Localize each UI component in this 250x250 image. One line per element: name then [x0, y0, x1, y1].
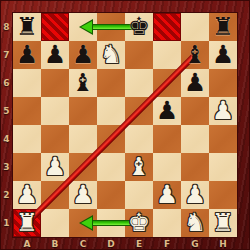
white-pawn[interactable]: ♟ [181, 181, 209, 209]
white-rook[interactable]: ♜ [209, 209, 237, 237]
piece-layer: ♜♚♜♟♟♟♞♝♟♝♟♟♟♟♝♟♟♟♟♜♚♞♜ [13, 13, 237, 237]
white-bishop[interactable]: ♝ [125, 153, 153, 181]
rank-label-7: 7 [0, 41, 13, 69]
black-bishop[interactable]: ♝ [69, 69, 97, 97]
black-pawn[interactable]: ♟ [41, 41, 69, 69]
file-label-H: H [209, 237, 237, 250]
rank-label-8: 8 [0, 13, 13, 41]
white-pawn[interactable]: ♟ [13, 181, 41, 209]
file-label-A: A [13, 237, 41, 250]
black-pawn[interactable]: ♟ [13, 41, 41, 69]
white-pawn[interactable]: ♟ [69, 181, 97, 209]
rank-label-2: 2 [0, 181, 13, 209]
white-knight[interactable]: ♞ [181, 209, 209, 237]
rank-label-1: 1 [0, 209, 13, 237]
black-pawn[interactable]: ♟ [69, 41, 97, 69]
white-rook[interactable]: ♜ [13, 209, 41, 237]
white-pawn[interactable]: ♟ [153, 181, 181, 209]
file-label-G: G [181, 237, 209, 250]
rank-label-5: 5 [0, 97, 13, 125]
file-label-F: F [153, 237, 181, 250]
file-label-D: D [97, 237, 125, 250]
black-king[interactable]: ♚ [125, 13, 153, 41]
rank-label-3: 3 [0, 153, 13, 181]
black-rook[interactable]: ♜ [209, 13, 237, 41]
white-king[interactable]: ♚ [125, 209, 153, 237]
black-rook[interactable]: ♜ [13, 13, 41, 41]
black-pawn[interactable]: ♟ [181, 69, 209, 97]
black-bishop[interactable]: ♝ [181, 41, 209, 69]
white-knight[interactable]: ♞ [97, 41, 125, 69]
chess-board-frame: ♜♚♜♟♟♟♞♝♟♝♟♟♟♟♝♟♟♟♟♜♚♞♜ 87654321ABCDEFGH [0, 0, 250, 250]
file-label-B: B [41, 237, 69, 250]
file-label-E: E [125, 237, 153, 250]
rank-label-6: 6 [0, 69, 13, 97]
black-pawn[interactable]: ♟ [209, 41, 237, 69]
white-pawn[interactable]: ♟ [41, 153, 69, 181]
black-pawn[interactable]: ♟ [153, 97, 181, 125]
white-pawn[interactable]: ♟ [209, 97, 237, 125]
rank-label-4: 4 [0, 125, 13, 153]
file-label-C: C [69, 237, 97, 250]
